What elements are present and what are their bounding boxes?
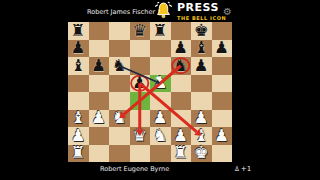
square-a6[interactable]: ♝ — [68, 57, 89, 75]
square-f7[interactable]: ♟ — [171, 40, 192, 58]
square-b5[interactable] — [89, 75, 110, 93]
black-pawn-a7: ♟ — [71, 40, 86, 57]
chess-board[interactable]: ♜♛♜♚♟♟♝♟♝♟♞♞♟♟♟♝♟♞♟♟♟♛♞♟♝♟♜♜♚ — [68, 22, 232, 162]
square-h1[interactable] — [212, 145, 233, 163]
white-pawn-e5: ♟ — [153, 75, 168, 92]
black-pawn-b6: ♟ — [91, 58, 106, 75]
square-a5[interactable] — [68, 75, 89, 93]
white-king-g1: ♚ — [194, 145, 209, 162]
black-king-g8: ♚ — [194, 23, 209, 40]
square-f8[interactable] — [171, 22, 192, 40]
square-d1[interactable] — [130, 145, 151, 163]
square-c5[interactable] — [109, 75, 130, 93]
press-label: PRESS — [177, 2, 226, 13]
white-rook-f1: ♜ — [173, 145, 188, 162]
square-h5[interactable] — [212, 75, 233, 93]
square-f3[interactable] — [171, 110, 192, 128]
square-b7[interactable] — [89, 40, 110, 58]
square-e5[interactable]: ♟ — [150, 75, 171, 93]
square-h6[interactable] — [212, 57, 233, 75]
square-c8[interactable] — [109, 22, 130, 40]
square-c7[interactable] — [109, 40, 130, 58]
square-b2[interactable] — [89, 127, 110, 145]
square-d8[interactable]: ♛ — [130, 22, 151, 40]
square-h2[interactable]: ♟ — [212, 127, 233, 145]
black-rook-e8: ♜ — [153, 23, 168, 40]
white-bishop-a3: ♝ — [71, 110, 86, 127]
square-c6[interactable]: ♞ — [109, 57, 130, 75]
white-queen-d2: ♛ — [132, 128, 147, 145]
square-f2[interactable]: ♟ — [171, 127, 192, 145]
square-e8[interactable]: ♜ — [150, 22, 171, 40]
video-frame: Robert James Fischer PRESS THE BELL ICON… — [0, 0, 320, 180]
black-pawn-h7: ♟ — [214, 40, 229, 57]
white-pawn-icon: ♙ — [234, 166, 240, 173]
square-b1[interactable] — [89, 145, 110, 163]
white-pawn-g3: ♟ — [194, 110, 209, 127]
white-rook-a1: ♜ — [71, 145, 86, 162]
black-pawn-g6: ♟ — [194, 58, 209, 75]
black-bishop-g7: ♝ — [194, 40, 209, 57]
square-b8[interactable] — [89, 22, 110, 40]
player-top-name: Robert James Fischer — [87, 9, 155, 16]
square-g3[interactable]: ♟ — [191, 110, 212, 128]
white-bishop-g2: ♝ — [194, 128, 209, 145]
square-f5[interactable] — [171, 75, 192, 93]
material-value: +1 — [241, 166, 251, 173]
black-bishop-a6: ♝ — [71, 58, 86, 75]
square-f1[interactable]: ♜ — [171, 145, 192, 163]
white-pawn-e3: ♟ — [153, 110, 168, 127]
square-g6[interactable]: ♟ — [191, 57, 212, 75]
square-b3[interactable]: ♟ — [89, 110, 110, 128]
gear-icon[interactable]: ⚙ — [223, 7, 232, 17]
square-e6[interactable] — [150, 57, 171, 75]
white-pawn-b3: ♟ — [91, 110, 106, 127]
black-queen-d8: ♛ — [132, 23, 147, 40]
square-g8[interactable]: ♚ — [191, 22, 212, 40]
square-e2[interactable]: ♞ — [150, 127, 171, 145]
black-knight-c6: ♞ — [112, 58, 127, 75]
bell-subtitle: THE BELL ICON — [177, 15, 226, 21]
black-knight-f6: ♞ — [173, 58, 188, 75]
square-h7[interactable]: ♟ — [212, 40, 233, 58]
square-g2[interactable]: ♝ — [191, 127, 212, 145]
square-d5[interactable]: ♟ — [130, 75, 151, 93]
square-d4[interactable] — [130, 92, 151, 110]
square-g7[interactable]: ♝ — [191, 40, 212, 58]
square-c3[interactable]: ♞ — [109, 110, 130, 128]
bell-banner: PRESS THE BELL ICON — [153, 0, 226, 21]
square-f6[interactable]: ♞ — [171, 57, 192, 75]
square-a7[interactable]: ♟ — [68, 40, 89, 58]
black-rook-a8: ♜ — [71, 23, 86, 40]
square-d2[interactable]: ♛ — [130, 127, 151, 145]
square-b4[interactable] — [89, 92, 110, 110]
square-d7[interactable] — [130, 40, 151, 58]
square-h3[interactable] — [212, 110, 233, 128]
square-c2[interactable] — [109, 127, 130, 145]
black-pawn-d5: ♟ — [132, 75, 147, 92]
square-h4[interactable] — [212, 92, 233, 110]
square-e3[interactable]: ♟ — [150, 110, 171, 128]
square-e1[interactable] — [150, 145, 171, 163]
black-pawn-f7: ♟ — [173, 40, 188, 57]
square-f4[interactable] — [171, 92, 192, 110]
white-knight-e2: ♞ — [153, 128, 168, 145]
square-g1[interactable]: ♚ — [191, 145, 212, 163]
square-a2[interactable]: ♟ — [68, 127, 89, 145]
square-a1[interactable]: ♜ — [68, 145, 89, 163]
square-b6[interactable]: ♟ — [89, 57, 110, 75]
square-d3[interactable] — [130, 110, 151, 128]
square-g5[interactable] — [191, 75, 212, 93]
white-pawn-a2: ♟ — [71, 128, 86, 145]
square-e7[interactable] — [150, 40, 171, 58]
square-c4[interactable] — [109, 92, 130, 110]
square-e4[interactable] — [150, 92, 171, 110]
square-c1[interactable] — [109, 145, 130, 163]
white-knight-c3: ♞ — [112, 110, 127, 127]
white-pawn-h2: ♟ — [214, 128, 229, 145]
player-bottom-name: Robert Eugene Byrne — [100, 166, 169, 173]
material-advantage: ♙ +1 — [234, 166, 251, 173]
square-d6[interactable] — [130, 57, 151, 75]
bell-icon — [153, 0, 174, 21]
square-a3[interactable]: ♝ — [68, 110, 89, 128]
white-pawn-f2: ♟ — [173, 128, 188, 145]
square-a8[interactable]: ♜ — [68, 22, 89, 40]
square-a4[interactable] — [68, 92, 89, 110]
square-g4[interactable] — [191, 92, 212, 110]
square-h8[interactable] — [212, 22, 233, 40]
